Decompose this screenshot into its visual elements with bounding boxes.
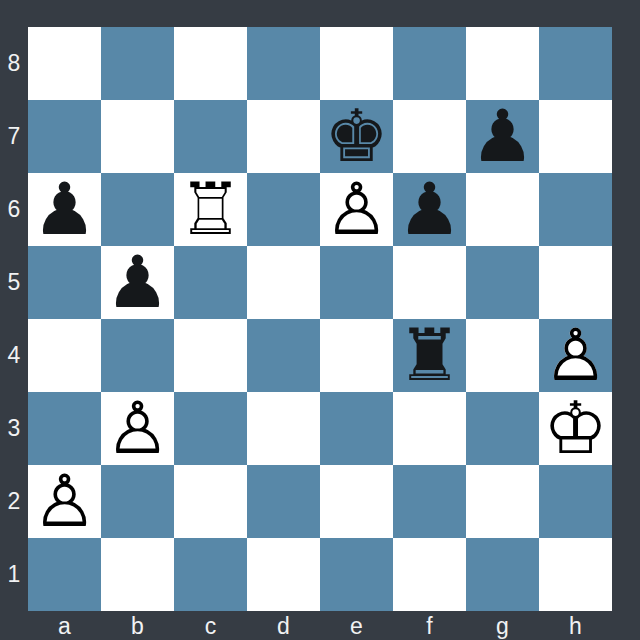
black-pawn[interactable]: ♟ — [101, 246, 174, 319]
square-h8[interactable] — [539, 27, 612, 100]
square-c2[interactable] — [174, 465, 247, 538]
white-rook[interactable]: ♜♖ — [174, 173, 247, 246]
square-e8[interactable] — [320, 27, 393, 100]
square-b3[interactable]: ♟♙ — [101, 392, 174, 465]
square-a6[interactable]: ♟ — [28, 173, 101, 246]
square-h3[interactable]: ♚♔ — [539, 392, 612, 465]
square-g3[interactable] — [466, 392, 539, 465]
square-d8[interactable] — [247, 27, 320, 100]
white-pawn[interactable]: ♟♙ — [101, 392, 174, 465]
white-rook-outline: ♖ — [174, 173, 247, 246]
black-king[interactable]: ♚ — [320, 100, 393, 173]
square-d2[interactable] — [247, 465, 320, 538]
square-g1[interactable] — [466, 538, 539, 611]
square-b2[interactable] — [101, 465, 174, 538]
rank-label-5: 5 — [0, 246, 28, 319]
square-b5[interactable]: ♟ — [101, 246, 174, 319]
square-c8[interactable] — [174, 27, 247, 100]
rank-labels: 87654321 — [0, 27, 28, 611]
square-h2[interactable] — [539, 465, 612, 538]
square-d7[interactable] — [247, 100, 320, 173]
square-a4[interactable] — [28, 319, 101, 392]
square-f2[interactable] — [393, 465, 466, 538]
white-pawn-outline: ♙ — [28, 465, 101, 538]
file-label-g: g — [466, 611, 539, 640]
square-h5[interactable] — [539, 246, 612, 319]
square-c1[interactable] — [174, 538, 247, 611]
file-label-d: d — [247, 611, 320, 640]
square-b6[interactable] — [101, 173, 174, 246]
square-a5[interactable] — [28, 246, 101, 319]
square-e4[interactable] — [320, 319, 393, 392]
white-king[interactable]: ♚♔ — [539, 392, 612, 465]
square-e2[interactable] — [320, 465, 393, 538]
square-d6[interactable] — [247, 173, 320, 246]
square-f3[interactable] — [393, 392, 466, 465]
black-pawn[interactable]: ♟ — [466, 100, 539, 173]
white-pawn[interactable]: ♟♙ — [320, 173, 393, 246]
square-a1[interactable] — [28, 538, 101, 611]
rank-label-8: 8 — [0, 27, 28, 100]
file-labels: abcdefgh — [28, 611, 612, 640]
square-g6[interactable] — [466, 173, 539, 246]
file-label-c: c — [174, 611, 247, 640]
square-f8[interactable] — [393, 27, 466, 100]
square-c4[interactable] — [174, 319, 247, 392]
square-b8[interactable] — [101, 27, 174, 100]
square-d3[interactable] — [247, 392, 320, 465]
white-pawn[interactable]: ♟♙ — [28, 465, 101, 538]
square-a7[interactable] — [28, 100, 101, 173]
square-a8[interactable] — [28, 27, 101, 100]
black-pawn[interactable]: ♟ — [393, 173, 466, 246]
square-f5[interactable] — [393, 246, 466, 319]
square-e7[interactable]: ♚ — [320, 100, 393, 173]
rank-label-6: 6 — [0, 173, 28, 246]
square-h1[interactable] — [539, 538, 612, 611]
square-g7[interactable]: ♟ — [466, 100, 539, 173]
square-f6[interactable]: ♟ — [393, 173, 466, 246]
square-g5[interactable] — [466, 246, 539, 319]
file-label-e: e — [320, 611, 393, 640]
square-e5[interactable] — [320, 246, 393, 319]
square-a3[interactable] — [28, 392, 101, 465]
square-e1[interactable] — [320, 538, 393, 611]
black-pawn[interactable]: ♟ — [28, 173, 101, 246]
file-label-b: b — [101, 611, 174, 640]
white-pawn[interactable]: ♟♙ — [539, 319, 612, 392]
rank-label-7: 7 — [0, 100, 28, 173]
square-a2[interactable]: ♟♙ — [28, 465, 101, 538]
square-f1[interactable] — [393, 538, 466, 611]
square-e6[interactable]: ♟♙ — [320, 173, 393, 246]
square-h4[interactable]: ♟♙ — [539, 319, 612, 392]
white-pawn-outline: ♙ — [320, 173, 393, 246]
white-king-outline: ♔ — [539, 392, 612, 465]
file-label-a: a — [28, 611, 101, 640]
rank-label-1: 1 — [0, 538, 28, 611]
square-d4[interactable] — [247, 319, 320, 392]
square-f7[interactable] — [393, 100, 466, 173]
rank-label-2: 2 — [0, 465, 28, 538]
white-pawn-outline: ♙ — [539, 319, 612, 392]
square-c6[interactable]: ♜♖ — [174, 173, 247, 246]
square-f4[interactable]: ♜ — [393, 319, 466, 392]
square-b4[interactable] — [101, 319, 174, 392]
file-label-h: h — [539, 611, 612, 640]
chessboard-app: 87654321 ♚♟♟♜♖♟♙♟♟♜♟♙♟♙♚♔♟♙ abcdefgh — [0, 0, 640, 640]
square-b1[interactable] — [101, 538, 174, 611]
square-g8[interactable] — [466, 27, 539, 100]
square-g4[interactable] — [466, 319, 539, 392]
square-g2[interactable] — [466, 465, 539, 538]
square-c7[interactable] — [174, 100, 247, 173]
rank-label-4: 4 — [0, 319, 28, 392]
white-pawn-outline: ♙ — [101, 392, 174, 465]
chess-board: ♚♟♟♜♖♟♙♟♟♜♟♙♟♙♚♔♟♙ — [28, 27, 612, 611]
rank-label-3: 3 — [0, 392, 28, 465]
square-b7[interactable] — [101, 100, 174, 173]
square-c3[interactable] — [174, 392, 247, 465]
square-h6[interactable] — [539, 173, 612, 246]
square-h7[interactable] — [539, 100, 612, 173]
square-d5[interactable] — [247, 246, 320, 319]
square-c5[interactable] — [174, 246, 247, 319]
file-label-f: f — [393, 611, 466, 640]
square-d1[interactable] — [247, 538, 320, 611]
black-rook[interactable]: ♜ — [393, 319, 466, 392]
square-e3[interactable] — [320, 392, 393, 465]
